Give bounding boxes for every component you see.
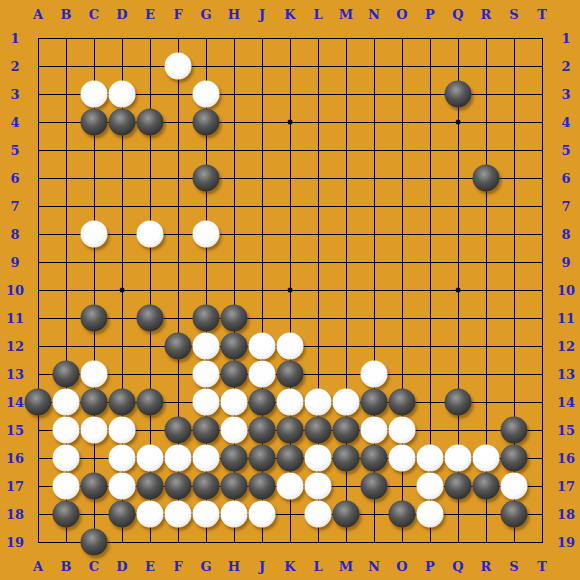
column-label-top-G: G <box>200 8 211 21</box>
stone-black-F17 <box>165 473 192 500</box>
column-label-bottom-A: A <box>33 560 43 573</box>
stone-white-G16 <box>193 445 220 472</box>
stone-black-A14 <box>25 389 52 416</box>
row-label-left-7: 7 <box>10 200 19 213</box>
stone-black-K15 <box>277 417 304 444</box>
stone-white-F18 <box>165 501 192 528</box>
stone-white-K12 <box>277 333 304 360</box>
column-label-top-A: A <box>33 8 43 21</box>
stone-white-D17 <box>109 473 136 500</box>
row-label-left-3: 3 <box>10 88 19 101</box>
stone-white-E16 <box>137 445 164 472</box>
stone-white-E8 <box>137 221 164 248</box>
stone-white-J12 <box>249 333 276 360</box>
stone-white-S17 <box>501 473 528 500</box>
stone-white-G12 <box>193 333 220 360</box>
stone-black-Q14 <box>445 389 472 416</box>
column-label-top-O: O <box>396 8 407 21</box>
column-label-top-P: P <box>425 8 435 21</box>
stone-white-G8 <box>193 221 220 248</box>
stone-black-S18 <box>501 501 528 528</box>
row-label-right-1: 1 <box>561 32 570 45</box>
stone-black-R6 <box>473 165 500 192</box>
column-label-bottom-F: F <box>173 560 182 573</box>
stone-black-C11 <box>81 305 108 332</box>
stone-white-L18 <box>305 501 332 528</box>
stone-white-D3 <box>109 81 136 108</box>
stone-white-C15 <box>81 417 108 444</box>
stone-black-S15 <box>501 417 528 444</box>
stone-white-P17 <box>417 473 444 500</box>
stone-white-N15 <box>361 417 388 444</box>
stone-black-H17 <box>221 473 248 500</box>
stone-black-R17 <box>473 473 500 500</box>
column-label-top-Q: Q <box>452 8 463 21</box>
column-label-bottom-C: C <box>89 560 99 573</box>
column-label-top-E: E <box>145 8 155 21</box>
stone-black-N16 <box>361 445 388 472</box>
row-label-left-8: 8 <box>10 228 19 241</box>
row-label-right-9: 9 <box>561 256 570 269</box>
row-label-right-13: 13 <box>557 368 575 381</box>
stone-white-M14 <box>333 389 360 416</box>
stone-white-F16 <box>165 445 192 472</box>
stone-black-K16 <box>277 445 304 472</box>
row-label-right-16: 16 <box>557 452 575 465</box>
stone-white-B14 <box>53 389 80 416</box>
column-label-top-F: F <box>173 8 182 21</box>
stone-white-H15 <box>221 417 248 444</box>
star-point-D10 <box>120 288 125 293</box>
row-label-right-7: 7 <box>561 200 570 213</box>
stone-white-J13 <box>249 361 276 388</box>
stone-black-M16 <box>333 445 360 472</box>
stone-black-B13 <box>53 361 80 388</box>
row-label-right-10: 10 <box>557 284 575 297</box>
stone-white-C3 <box>81 81 108 108</box>
stone-black-O18 <box>389 501 416 528</box>
column-label-top-B: B <box>61 8 72 21</box>
row-label-left-16: 16 <box>6 452 24 465</box>
row-label-right-14: 14 <box>557 396 575 409</box>
stone-black-M15 <box>333 417 360 444</box>
stone-black-J16 <box>249 445 276 472</box>
star-point-Q10 <box>456 288 461 293</box>
column-label-bottom-T: T <box>537 560 547 573</box>
row-label-left-10: 10 <box>6 284 24 297</box>
stone-white-G13 <box>193 361 220 388</box>
stone-black-H11 <box>221 305 248 332</box>
stone-white-G3 <box>193 81 220 108</box>
column-label-bottom-S: S <box>509 560 518 573</box>
row-label-right-15: 15 <box>557 424 575 437</box>
column-label-top-H: H <box>228 8 240 21</box>
stone-white-C13 <box>81 361 108 388</box>
row-label-right-18: 18 <box>557 508 575 521</box>
column-label-bottom-L: L <box>313 560 322 573</box>
stone-black-F12 <box>165 333 192 360</box>
stone-black-E14 <box>137 389 164 416</box>
star-point-Q4 <box>456 120 461 125</box>
stone-white-L16 <box>305 445 332 472</box>
row-label-right-8: 8 <box>561 228 570 241</box>
stone-white-F2 <box>165 53 192 80</box>
column-label-bottom-P: P <box>425 560 435 573</box>
stone-black-L15 <box>305 417 332 444</box>
stone-black-G6 <box>193 165 220 192</box>
stone-white-P16 <box>417 445 444 472</box>
column-label-top-K: K <box>284 8 295 21</box>
column-label-bottom-B: B <box>61 560 72 573</box>
stone-black-C14 <box>81 389 108 416</box>
go-board: AABBCCDDEEFFGGHHJJKKLLMMNNOOPPQQRRSSTT11… <box>0 0 580 580</box>
stone-black-M18 <box>333 501 360 528</box>
row-label-left-14: 14 <box>6 396 24 409</box>
stone-white-K17 <box>277 473 304 500</box>
stone-white-G18 <box>193 501 220 528</box>
column-label-top-J: J <box>259 8 265 21</box>
stone-white-J18 <box>249 501 276 528</box>
stone-black-C19 <box>81 529 108 556</box>
stone-black-G4 <box>193 109 220 136</box>
stone-black-Q3 <box>445 81 472 108</box>
stone-white-B15 <box>53 417 80 444</box>
column-label-bottom-N: N <box>368 560 380 573</box>
row-label-left-2: 2 <box>10 60 19 73</box>
stone-white-Q16 <box>445 445 472 472</box>
star-point-K10 <box>288 288 293 293</box>
stone-black-J14 <box>249 389 276 416</box>
star-point-K4 <box>288 120 293 125</box>
stone-white-O15 <box>389 417 416 444</box>
stone-black-E11 <box>137 305 164 332</box>
row-label-right-6: 6 <box>561 172 570 185</box>
stone-black-Q17 <box>445 473 472 500</box>
column-label-bottom-D: D <box>116 560 127 573</box>
column-label-bottom-O: O <box>396 560 407 573</box>
row-label-left-12: 12 <box>6 340 24 353</box>
row-label-right-17: 17 <box>557 480 575 493</box>
column-label-bottom-M: M <box>339 560 353 573</box>
stone-black-K13 <box>277 361 304 388</box>
column-label-top-D: D <box>116 8 127 21</box>
column-label-bottom-Q: Q <box>452 560 463 573</box>
stone-black-G15 <box>193 417 220 444</box>
stone-white-G14 <box>193 389 220 416</box>
stone-black-H13 <box>221 361 248 388</box>
stone-black-J15 <box>249 417 276 444</box>
row-label-left-11: 11 <box>6 312 24 325</box>
row-label-left-13: 13 <box>6 368 24 381</box>
stone-white-K14 <box>277 389 304 416</box>
row-label-right-5: 5 <box>561 144 570 157</box>
row-label-right-19: 19 <box>557 536 575 549</box>
stone-white-D15 <box>109 417 136 444</box>
stone-black-G11 <box>193 305 220 332</box>
row-label-left-5: 5 <box>10 144 19 157</box>
stone-black-D14 <box>109 389 136 416</box>
column-label-top-C: C <box>89 8 99 21</box>
stone-black-H16 <box>221 445 248 472</box>
row-label-right-11: 11 <box>557 312 575 325</box>
stone-black-H12 <box>221 333 248 360</box>
stone-white-D16 <box>109 445 136 472</box>
stone-black-J17 <box>249 473 276 500</box>
row-label-left-19: 19 <box>6 536 24 549</box>
column-label-top-S: S <box>509 8 518 21</box>
row-label-right-4: 4 <box>561 116 570 129</box>
column-label-bottom-J: J <box>259 560 265 573</box>
row-label-left-15: 15 <box>6 424 24 437</box>
stone-black-B18 <box>53 501 80 528</box>
stone-white-O16 <box>389 445 416 472</box>
stone-white-E18 <box>137 501 164 528</box>
stone-white-P18 <box>417 501 444 528</box>
row-label-left-9: 9 <box>10 256 19 269</box>
stone-white-L17 <box>305 473 332 500</box>
row-label-left-4: 4 <box>10 116 19 129</box>
column-label-bottom-G: G <box>200 560 211 573</box>
stone-black-E4 <box>137 109 164 136</box>
stone-black-D18 <box>109 501 136 528</box>
stone-white-N13 <box>361 361 388 388</box>
stone-black-C17 <box>81 473 108 500</box>
stone-white-R16 <box>473 445 500 472</box>
stone-black-F15 <box>165 417 192 444</box>
stone-white-B16 <box>53 445 80 472</box>
column-label-top-T: T <box>537 8 547 21</box>
stone-black-O14 <box>389 389 416 416</box>
row-label-right-3: 3 <box>561 88 570 101</box>
column-label-top-N: N <box>368 8 380 21</box>
row-label-left-1: 1 <box>10 32 19 45</box>
stone-black-G17 <box>193 473 220 500</box>
column-label-top-L: L <box>313 8 322 21</box>
stone-black-D4 <box>109 109 136 136</box>
column-label-bottom-E: E <box>145 560 155 573</box>
row-label-left-18: 18 <box>6 508 24 521</box>
row-label-left-17: 17 <box>6 480 24 493</box>
stone-black-E17 <box>137 473 164 500</box>
row-label-right-2: 2 <box>561 60 570 73</box>
column-label-bottom-R: R <box>481 560 492 573</box>
row-label-right-12: 12 <box>557 340 575 353</box>
stone-white-C8 <box>81 221 108 248</box>
stone-black-S16 <box>501 445 528 472</box>
stone-white-H18 <box>221 501 248 528</box>
stone-white-B17 <box>53 473 80 500</box>
column-label-bottom-H: H <box>228 560 240 573</box>
column-label-top-R: R <box>481 8 492 21</box>
column-label-top-M: M <box>339 8 353 21</box>
stone-black-N14 <box>361 389 388 416</box>
column-label-bottom-K: K <box>284 560 295 573</box>
stone-white-H14 <box>221 389 248 416</box>
stone-white-L14 <box>305 389 332 416</box>
stone-black-C4 <box>81 109 108 136</box>
stone-black-N17 <box>361 473 388 500</box>
row-label-left-6: 6 <box>10 172 19 185</box>
